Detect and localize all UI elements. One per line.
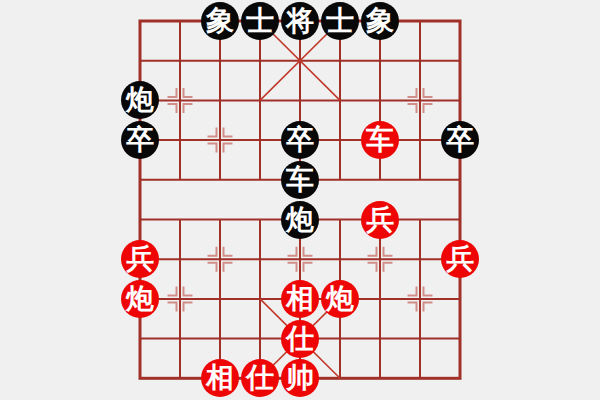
black-elephant[interactable]: 象 (201, 2, 239, 40)
red-pawn[interactable]: 兵 (361, 201, 399, 239)
red-advisor[interactable]: 仕 (241, 359, 279, 397)
xiangqi-board: 象士将士象炮卒卒卒车车炮兵兵兵炮相炮仕相仕帅 (0, 0, 600, 400)
black-cannon[interactable]: 炮 (121, 81, 159, 119)
red-chariot[interactable]: 车 (361, 121, 399, 159)
black-chariot[interactable]: 车 (281, 161, 319, 199)
black-cannon[interactable]: 炮 (281, 201, 319, 239)
black-advisor[interactable]: 士 (241, 2, 279, 40)
red-elephant[interactable]: 相 (281, 280, 319, 318)
red-cannon[interactable]: 炮 (321, 280, 359, 318)
black-pawn[interactable]: 卒 (281, 121, 319, 159)
red-cannon[interactable]: 炮 (121, 280, 159, 318)
black-pawn[interactable]: 卒 (441, 121, 479, 159)
black-elephant[interactable]: 象 (361, 2, 399, 40)
black-advisor[interactable]: 士 (321, 2, 359, 40)
red-king[interactable]: 帅 (281, 359, 319, 397)
red-pawn[interactable]: 兵 (121, 240, 159, 278)
red-advisor[interactable]: 仕 (281, 320, 319, 358)
red-elephant[interactable]: 相 (201, 359, 239, 397)
black-pawn[interactable]: 卒 (121, 121, 159, 159)
black-king[interactable]: 将 (281, 2, 319, 40)
red-pawn[interactable]: 兵 (441, 240, 479, 278)
